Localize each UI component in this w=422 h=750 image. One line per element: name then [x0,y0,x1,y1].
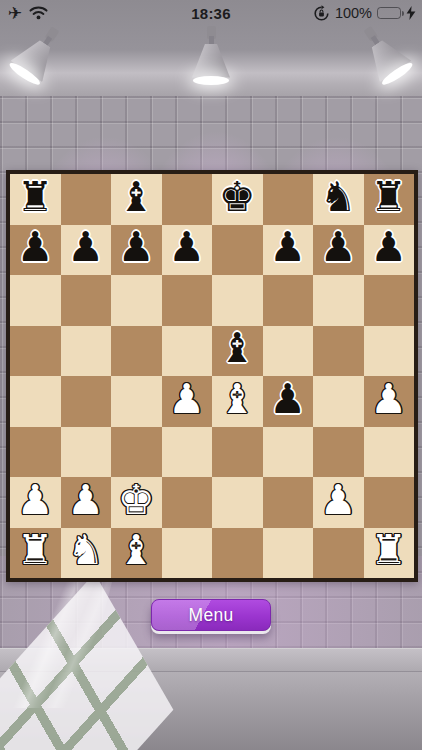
piece-black-pawn[interactable]: ♟ [168,227,205,268]
piece-black-pawn[interactable]: ♟ [17,227,54,268]
baseboard [0,648,422,673]
square-b1[interactable]: ♞ [61,528,112,579]
square-h2[interactable] [364,477,415,528]
square-d8[interactable] [162,174,213,225]
square-h3[interactable] [364,427,415,478]
square-f6[interactable] [263,275,314,326]
square-c5[interactable] [111,326,162,377]
square-d3[interactable] [162,427,213,478]
square-g4[interactable] [313,376,364,427]
square-a7[interactable]: ♟ [10,225,61,276]
square-e5[interactable]: ♝ [212,326,263,377]
square-g1[interactable] [313,528,364,579]
piece-black-pawn[interactable]: ♟ [320,227,357,268]
square-a4[interactable] [10,376,61,427]
square-c2[interactable]: ♚ [111,477,162,528]
piece-white-bishop[interactable]: ♝ [219,379,256,420]
square-e1[interactable] [212,528,263,579]
square-h8[interactable]: ♜ [364,174,415,225]
floor [0,672,422,750]
spotlight-center [188,26,234,92]
square-d2[interactable] [162,477,213,528]
square-a8[interactable]: ♜ [10,174,61,225]
piece-black-rook[interactable]: ♜ [370,177,407,218]
square-c4[interactable] [111,376,162,427]
square-e2[interactable] [212,477,263,528]
square-e7[interactable] [212,225,263,276]
square-h1[interactable]: ♜ [364,528,415,579]
lamp-lens [193,76,229,85]
square-b2[interactable]: ♟ [61,477,112,528]
piece-black-pawn[interactable]: ♟ [269,227,306,268]
square-h5[interactable] [364,326,415,377]
piece-black-knight[interactable]: ♞ [320,177,357,218]
square-c1[interactable]: ♝ [111,528,162,579]
square-h4[interactable]: ♟ [364,376,415,427]
piece-black-pawn[interactable]: ♟ [67,227,104,268]
square-f7[interactable]: ♟ [263,225,314,276]
piece-white-pawn[interactable]: ♟ [168,379,205,420]
square-c8[interactable]: ♝ [111,174,162,225]
piece-black-bishop[interactable]: ♝ [219,328,256,369]
square-e4[interactable]: ♝ [212,376,263,427]
square-e3[interactable] [212,427,263,478]
piece-white-king[interactable]: ♚ [118,480,155,521]
square-h6[interactable] [364,275,415,326]
square-g5[interactable] [313,326,364,377]
piece-white-pawn[interactable]: ♟ [67,480,104,521]
chess-board[interactable]: ♜♝♚♞♜♟♟♟♟♟♟♟♝♟♝♟♟♟♟♚♟♜♞♝♜ [6,170,418,582]
square-f3[interactable] [263,427,314,478]
status-bar: ✈ 18:36 100% [0,0,422,26]
piece-white-bishop[interactable]: ♝ [118,530,155,571]
square-b7[interactable]: ♟ [61,225,112,276]
square-b4[interactable] [61,376,112,427]
square-g8[interactable]: ♞ [313,174,364,225]
square-d4[interactable]: ♟ [162,376,213,427]
square-d1[interactable] [162,528,213,579]
square-b6[interactable] [61,275,112,326]
piece-white-pawn[interactable]: ♟ [17,480,54,521]
square-h7[interactable]: ♟ [364,225,415,276]
battery-icon [377,7,401,19]
menu-button-label: Menu [189,605,234,626]
square-f5[interactable] [263,326,314,377]
piece-black-rook[interactable]: ♜ [17,177,54,218]
piece-black-bishop[interactable]: ♝ [118,177,155,218]
piece-black-king[interactable]: ♚ [219,177,256,218]
square-a2[interactable]: ♟ [10,477,61,528]
piece-white-rook[interactable]: ♜ [17,530,54,571]
square-c6[interactable] [111,275,162,326]
square-a1[interactable]: ♜ [10,528,61,579]
piece-black-pawn[interactable]: ♟ [269,379,306,420]
square-a6[interactable] [10,275,61,326]
square-d5[interactable] [162,326,213,377]
square-d6[interactable] [162,275,213,326]
square-f4[interactable]: ♟ [263,376,314,427]
square-f2[interactable] [263,477,314,528]
square-g2[interactable]: ♟ [313,477,364,528]
square-b8[interactable] [61,174,112,225]
square-f8[interactable] [263,174,314,225]
square-e6[interactable] [212,275,263,326]
piece-black-pawn[interactable]: ♟ [370,227,407,268]
menu-button[interactable]: Menu [151,599,271,631]
square-d7[interactable]: ♟ [162,225,213,276]
square-c7[interactable]: ♟ [111,225,162,276]
square-b3[interactable] [61,427,112,478]
piece-white-rook[interactable]: ♜ [370,530,407,571]
clock-time: 18:36 [0,5,422,22]
square-c3[interactable] [111,427,162,478]
square-e8[interactable]: ♚ [212,174,263,225]
square-g3[interactable] [313,427,364,478]
piece-black-pawn[interactable]: ♟ [118,227,155,268]
square-b5[interactable] [61,326,112,377]
square-a5[interactable] [10,326,61,377]
app-screen: ✈ 18:36 100% ♜♝♚♞♜♟♟ [0,0,422,750]
piece-white-pawn[interactable]: ♟ [320,480,357,521]
square-f1[interactable] [263,528,314,579]
square-a3[interactable] [10,427,61,478]
square-g7[interactable]: ♟ [313,225,364,276]
piece-white-knight[interactable]: ♞ [67,530,104,571]
square-g6[interactable] [313,275,364,326]
piece-white-pawn[interactable]: ♟ [370,379,407,420]
